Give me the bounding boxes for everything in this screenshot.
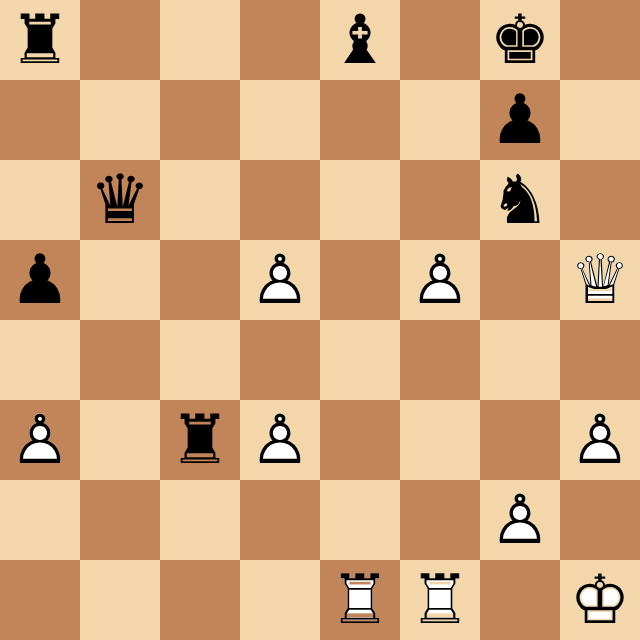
black-pawn-icon: ♟ xyxy=(480,80,560,160)
square-c7[interactable] xyxy=(160,80,240,160)
square-d3[interactable]: ♟♙ xyxy=(240,400,320,480)
black-bishop-icon: ♝ xyxy=(320,0,400,80)
square-d5[interactable]: ♟♙ xyxy=(240,240,320,320)
square-d8[interactable] xyxy=(240,0,320,80)
piece-black-pawn[interactable]: ♟ xyxy=(0,240,80,320)
square-g4[interactable] xyxy=(480,320,560,400)
white-pawn-outline-icon: ♙ xyxy=(240,400,320,480)
square-b5[interactable] xyxy=(80,240,160,320)
piece-black-pawn[interactable]: ♟ xyxy=(480,80,560,160)
black-king-icon: ♚ xyxy=(480,0,560,80)
piece-white-pawn[interactable]: ♟♙ xyxy=(480,480,560,560)
white-pawn-outline-icon: ♙ xyxy=(400,240,480,320)
black-rook-icon: ♜ xyxy=(0,0,80,80)
piece-black-queen[interactable]: ♛ xyxy=(80,160,160,240)
piece-white-pawn[interactable]: ♟♙ xyxy=(240,240,320,320)
square-e5[interactable] xyxy=(320,240,400,320)
square-c8[interactable] xyxy=(160,0,240,80)
square-b4[interactable] xyxy=(80,320,160,400)
square-e6[interactable] xyxy=(320,160,400,240)
square-b1[interactable] xyxy=(80,560,160,640)
square-b6[interactable]: ♛ xyxy=(80,160,160,240)
piece-black-rook[interactable]: ♜ xyxy=(0,0,80,80)
square-f8[interactable] xyxy=(400,0,480,80)
black-rook-icon: ♜ xyxy=(160,400,240,480)
square-c5[interactable] xyxy=(160,240,240,320)
piece-white-pawn[interactable]: ♟♙ xyxy=(0,400,80,480)
piece-white-pawn[interactable]: ♟♙ xyxy=(400,240,480,320)
square-g5[interactable] xyxy=(480,240,560,320)
square-d4[interactable] xyxy=(240,320,320,400)
piece-black-king[interactable]: ♚ xyxy=(480,0,560,80)
white-queen-outline-icon: ♕ xyxy=(560,240,640,320)
piece-white-pawn[interactable]: ♟♙ xyxy=(240,400,320,480)
square-g6[interactable]: ♞ xyxy=(480,160,560,240)
piece-white-king[interactable]: ♚♔ xyxy=(560,560,640,640)
square-a6[interactable] xyxy=(0,160,80,240)
black-queen-icon: ♛ xyxy=(80,160,160,240)
white-rook-outline-icon: ♖ xyxy=(400,560,480,640)
square-e2[interactable] xyxy=(320,480,400,560)
square-h2[interactable] xyxy=(560,480,640,560)
square-a7[interactable] xyxy=(0,80,80,160)
piece-white-pawn[interactable]: ♟♙ xyxy=(560,400,640,480)
square-h3[interactable]: ♟♙ xyxy=(560,400,640,480)
square-a5[interactable]: ♟ xyxy=(0,240,80,320)
square-a2[interactable] xyxy=(0,480,80,560)
piece-white-queen[interactable]: ♛♕ xyxy=(560,240,640,320)
square-d1[interactable] xyxy=(240,560,320,640)
square-a4[interactable] xyxy=(0,320,80,400)
white-king-outline-icon: ♔ xyxy=(560,560,640,640)
square-a8[interactable]: ♜ xyxy=(0,0,80,80)
square-b2[interactable] xyxy=(80,480,160,560)
square-e8[interactable]: ♝ xyxy=(320,0,400,80)
square-h7[interactable] xyxy=(560,80,640,160)
square-d7[interactable] xyxy=(240,80,320,160)
square-g7[interactable]: ♟ xyxy=(480,80,560,160)
square-b3[interactable] xyxy=(80,400,160,480)
piece-black-knight[interactable]: ♞ xyxy=(480,160,560,240)
square-c6[interactable] xyxy=(160,160,240,240)
square-e7[interactable] xyxy=(320,80,400,160)
square-b8[interactable] xyxy=(80,0,160,80)
square-d6[interactable] xyxy=(240,160,320,240)
square-e1[interactable]: ♜♖ xyxy=(320,560,400,640)
square-c1[interactable] xyxy=(160,560,240,640)
black-pawn-icon: ♟ xyxy=(0,240,80,320)
square-f2[interactable] xyxy=(400,480,480,560)
chess-board: ♜♝♚♟♛♞♟♟♙♟♙♛♕♟♙♜♟♙♟♙♟♙♜♖♜♖♚♔ xyxy=(0,0,640,640)
white-pawn-outline-icon: ♙ xyxy=(480,480,560,560)
square-c2[interactable] xyxy=(160,480,240,560)
white-rook-outline-icon: ♖ xyxy=(320,560,400,640)
square-b7[interactable] xyxy=(80,80,160,160)
square-g3[interactable] xyxy=(480,400,560,480)
square-c4[interactable] xyxy=(160,320,240,400)
piece-white-rook[interactable]: ♜♖ xyxy=(320,560,400,640)
black-knight-icon: ♞ xyxy=(480,160,560,240)
square-f4[interactable] xyxy=(400,320,480,400)
piece-white-rook[interactable]: ♜♖ xyxy=(400,560,480,640)
square-a1[interactable] xyxy=(0,560,80,640)
square-g1[interactable] xyxy=(480,560,560,640)
square-h4[interactable] xyxy=(560,320,640,400)
square-g2[interactable]: ♟♙ xyxy=(480,480,560,560)
square-h6[interactable] xyxy=(560,160,640,240)
square-d2[interactable] xyxy=(240,480,320,560)
square-f3[interactable] xyxy=(400,400,480,480)
piece-black-bishop[interactable]: ♝ xyxy=(320,0,400,80)
square-e3[interactable] xyxy=(320,400,400,480)
square-h5[interactable]: ♛♕ xyxy=(560,240,640,320)
square-h1[interactable]: ♚♔ xyxy=(560,560,640,640)
square-f7[interactable] xyxy=(400,80,480,160)
square-f1[interactable]: ♜♖ xyxy=(400,560,480,640)
square-a3[interactable]: ♟♙ xyxy=(0,400,80,480)
square-g8[interactable]: ♚ xyxy=(480,0,560,80)
square-f5[interactable]: ♟♙ xyxy=(400,240,480,320)
white-pawn-outline-icon: ♙ xyxy=(0,400,80,480)
square-h8[interactable] xyxy=(560,0,640,80)
square-f6[interactable] xyxy=(400,160,480,240)
white-pawn-outline-icon: ♙ xyxy=(560,400,640,480)
white-pawn-outline-icon: ♙ xyxy=(240,240,320,320)
piece-black-rook[interactable]: ♜ xyxy=(160,400,240,480)
square-e4[interactable] xyxy=(320,320,400,400)
square-c3[interactable]: ♜ xyxy=(160,400,240,480)
